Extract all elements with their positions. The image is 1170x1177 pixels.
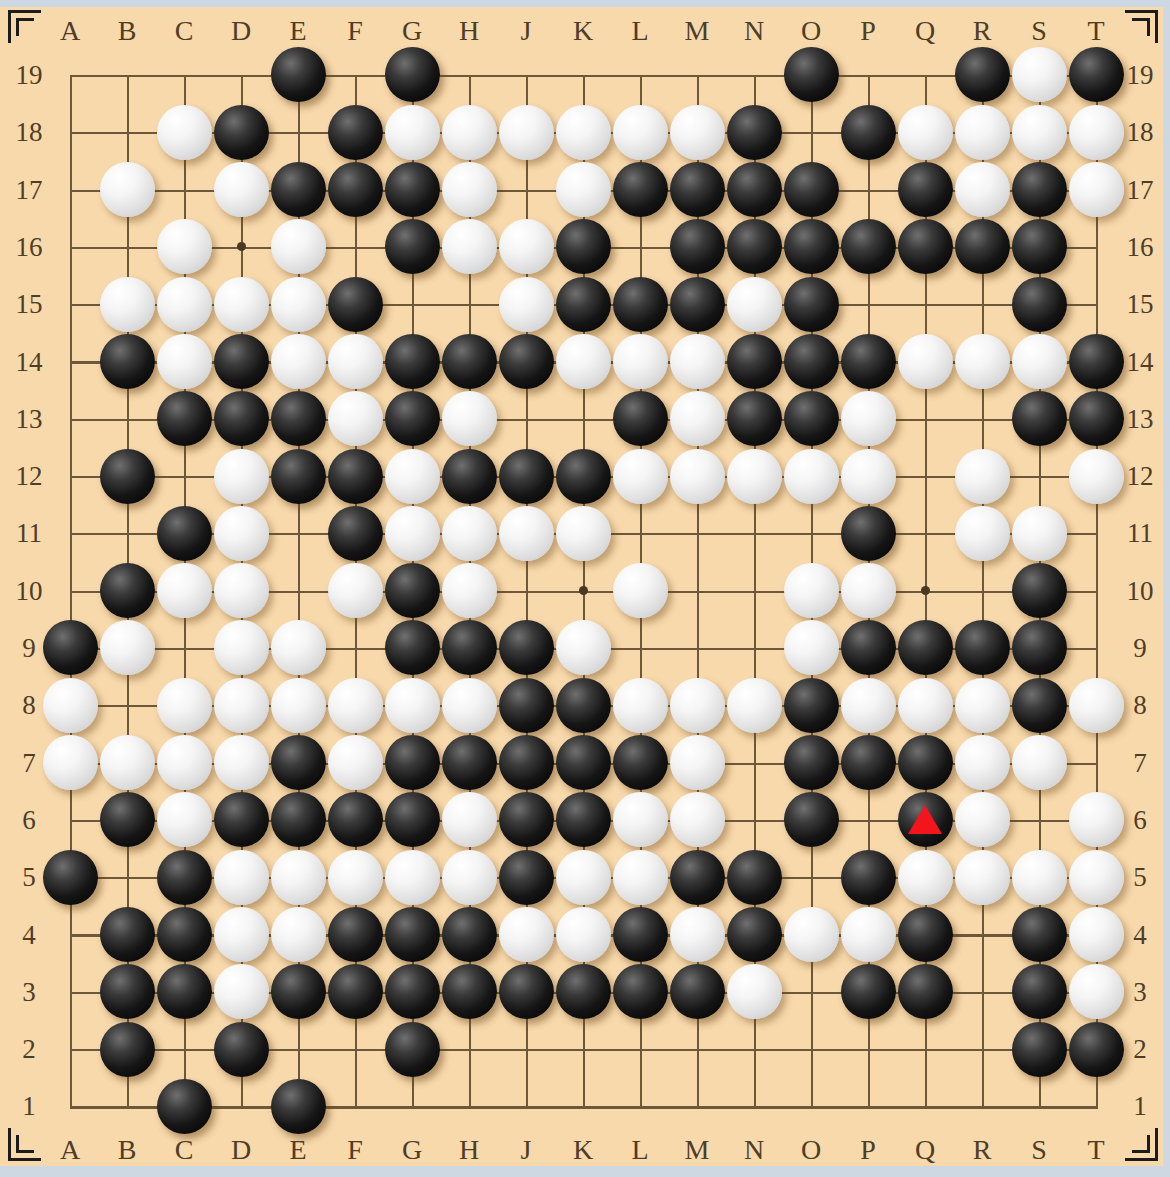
intersection-R5[interactable]: [954, 849, 1011, 906]
intersection-C19[interactable]: [156, 46, 213, 103]
intersection-O12[interactable]: [783, 447, 840, 504]
intersection-K11[interactable]: [555, 505, 612, 562]
intersection-R10[interactable]: [954, 562, 1011, 619]
intersection-Q1[interactable]: [897, 1078, 954, 1135]
intersection-K3[interactable]: [555, 963, 612, 1020]
intersection-J11[interactable]: [498, 505, 555, 562]
intersection-S3[interactable]: [1011, 963, 1068, 1020]
intersection-T3[interactable]: [1068, 963, 1125, 1020]
intersection-O17[interactable]: [783, 161, 840, 218]
intersection-K7[interactable]: [555, 734, 612, 791]
intersection-H12[interactable]: [441, 447, 498, 504]
intersection-E15[interactable]: [270, 276, 327, 333]
intersection-H1[interactable]: [441, 1078, 498, 1135]
intersection-H2[interactable]: [441, 1020, 498, 1077]
intersection-B3[interactable]: [99, 963, 156, 1020]
intersection-J15[interactable]: [498, 276, 555, 333]
intersection-J5[interactable]: [498, 849, 555, 906]
intersection-B16[interactable]: [99, 218, 156, 275]
intersection-G9[interactable]: [384, 619, 441, 676]
intersection-G13[interactable]: [384, 390, 441, 447]
intersection-J18[interactable]: [498, 104, 555, 161]
intersection-S15[interactable]: [1011, 276, 1068, 333]
intersection-C7[interactable]: [156, 734, 213, 791]
intersection-L6[interactable]: [612, 791, 669, 848]
intersection-E16[interactable]: [270, 218, 327, 275]
intersection-O2[interactable]: [783, 1020, 840, 1077]
intersection-J1[interactable]: [498, 1078, 555, 1135]
intersection-R8[interactable]: [954, 677, 1011, 734]
intersection-R3[interactable]: [954, 963, 1011, 1020]
intersection-O18[interactable]: [783, 104, 840, 161]
intersection-S7[interactable]: [1011, 734, 1068, 791]
intersection-M10[interactable]: [669, 562, 726, 619]
intersection-D3[interactable]: [213, 963, 270, 1020]
intersection-A11[interactable]: [42, 505, 99, 562]
intersection-L3[interactable]: [612, 963, 669, 1020]
intersection-L4[interactable]: [612, 906, 669, 963]
intersection-G10[interactable]: [384, 562, 441, 619]
intersection-E14[interactable]: [270, 333, 327, 390]
intersection-B18[interactable]: [99, 104, 156, 161]
intersection-S12[interactable]: [1011, 447, 1068, 504]
intersection-H5[interactable]: [441, 849, 498, 906]
intersection-D10[interactable]: [213, 562, 270, 619]
intersection-C2[interactable]: [156, 1020, 213, 1077]
intersection-N3[interactable]: [726, 963, 783, 1020]
intersection-A19[interactable]: [42, 46, 99, 103]
intersection-A5[interactable]: [42, 849, 99, 906]
intersection-J16[interactable]: [498, 218, 555, 275]
intersection-C14[interactable]: [156, 333, 213, 390]
intersection-E17[interactable]: [270, 161, 327, 218]
intersection-F1[interactable]: [327, 1078, 384, 1135]
intersection-K16[interactable]: [555, 218, 612, 275]
intersection-E2[interactable]: [270, 1020, 327, 1077]
intersection-P9[interactable]: [840, 619, 897, 676]
intersection-S10[interactable]: [1011, 562, 1068, 619]
intersection-K12[interactable]: [555, 447, 612, 504]
intersection-R1[interactable]: [954, 1078, 1011, 1135]
intersection-P15[interactable]: [840, 276, 897, 333]
intersection-P10[interactable]: [840, 562, 897, 619]
intersection-P13[interactable]: [840, 390, 897, 447]
intersection-O11[interactable]: [783, 505, 840, 562]
intersection-P8[interactable]: [840, 677, 897, 734]
intersection-B11[interactable]: [99, 505, 156, 562]
intersection-H11[interactable]: [441, 505, 498, 562]
intersection-P12[interactable]: [840, 447, 897, 504]
intersection-D16[interactable]: [213, 218, 270, 275]
intersection-E8[interactable]: [270, 677, 327, 734]
intersection-Q8[interactable]: [897, 677, 954, 734]
intersection-H3[interactable]: [441, 963, 498, 1020]
intersection-T9[interactable]: [1068, 619, 1125, 676]
intersection-J6[interactable]: [498, 791, 555, 848]
intersection-K1[interactable]: [555, 1078, 612, 1135]
intersection-E18[interactable]: [270, 104, 327, 161]
intersection-P19[interactable]: [840, 46, 897, 103]
intersection-Q16[interactable]: [897, 218, 954, 275]
intersection-O10[interactable]: [783, 562, 840, 619]
intersection-C8[interactable]: [156, 677, 213, 734]
intersection-E4[interactable]: [270, 906, 327, 963]
intersection-E11[interactable]: [270, 505, 327, 562]
intersection-Q2[interactable]: [897, 1020, 954, 1077]
intersection-H16[interactable]: [441, 218, 498, 275]
intersection-G18[interactable]: [384, 104, 441, 161]
intersection-J2[interactable]: [498, 1020, 555, 1077]
intersection-T14[interactable]: [1068, 333, 1125, 390]
intersection-T6[interactable]: [1068, 791, 1125, 848]
intersection-E13[interactable]: [270, 390, 327, 447]
intersection-D14[interactable]: [213, 333, 270, 390]
intersection-N17[interactable]: [726, 161, 783, 218]
intersection-G12[interactable]: [384, 447, 441, 504]
intersection-H8[interactable]: [441, 677, 498, 734]
intersection-F19[interactable]: [327, 46, 384, 103]
intersection-N8[interactable]: [726, 677, 783, 734]
intersection-N6[interactable]: [726, 791, 783, 848]
intersection-Q13[interactable]: [897, 390, 954, 447]
intersection-Q4[interactable]: [897, 906, 954, 963]
intersection-F2[interactable]: [327, 1020, 384, 1077]
intersection-T7[interactable]: [1068, 734, 1125, 791]
intersection-T13[interactable]: [1068, 390, 1125, 447]
intersection-B17[interactable]: [99, 161, 156, 218]
intersection-G7[interactable]: [384, 734, 441, 791]
intersection-D8[interactable]: [213, 677, 270, 734]
intersection-S18[interactable]: [1011, 104, 1068, 161]
intersection-D6[interactable]: [213, 791, 270, 848]
intersection-O13[interactable]: [783, 390, 840, 447]
intersection-N13[interactable]: [726, 390, 783, 447]
intersection-F17[interactable]: [327, 161, 384, 218]
intersection-D19[interactable]: [213, 46, 270, 103]
intersection-G17[interactable]: [384, 161, 441, 218]
intersection-L12[interactable]: [612, 447, 669, 504]
intersection-M16[interactable]: [669, 218, 726, 275]
intersection-B4[interactable]: [99, 906, 156, 963]
intersection-Q19[interactable]: [897, 46, 954, 103]
intersection-R18[interactable]: [954, 104, 1011, 161]
intersection-K6[interactable]: [555, 791, 612, 848]
intersection-F16[interactable]: [327, 218, 384, 275]
intersection-B14[interactable]: [99, 333, 156, 390]
intersection-M17[interactable]: [669, 161, 726, 218]
intersection-C13[interactable]: [156, 390, 213, 447]
intersection-O14[interactable]: [783, 333, 840, 390]
intersection-O6[interactable]: [783, 791, 840, 848]
intersection-M4[interactable]: [669, 906, 726, 963]
intersection-J19[interactable]: [498, 46, 555, 103]
intersection-R2[interactable]: [954, 1020, 1011, 1077]
intersection-A9[interactable]: [42, 619, 99, 676]
intersection-A8[interactable]: [42, 677, 99, 734]
intersection-T10[interactable]: [1068, 562, 1125, 619]
intersection-P6[interactable]: [840, 791, 897, 848]
intersection-T12[interactable]: [1068, 447, 1125, 504]
intersection-E1[interactable]: [270, 1078, 327, 1135]
intersection-Q9[interactable]: [897, 619, 954, 676]
intersection-G19[interactable]: [384, 46, 441, 103]
intersection-A4[interactable]: [42, 906, 99, 963]
intersection-L5[interactable]: [612, 849, 669, 906]
intersection-J4[interactable]: [498, 906, 555, 963]
intersection-M9[interactable]: [669, 619, 726, 676]
intersection-P16[interactable]: [840, 218, 897, 275]
intersection-S8[interactable]: [1011, 677, 1068, 734]
intersection-E5[interactable]: [270, 849, 327, 906]
intersection-J3[interactable]: [498, 963, 555, 1020]
intersection-Q14[interactable]: [897, 333, 954, 390]
intersection-L14[interactable]: [612, 333, 669, 390]
intersection-S14[interactable]: [1011, 333, 1068, 390]
intersection-P17[interactable]: [840, 161, 897, 218]
intersection-E7[interactable]: [270, 734, 327, 791]
intersection-K8[interactable]: [555, 677, 612, 734]
intersection-F13[interactable]: [327, 390, 384, 447]
intersection-L11[interactable]: [612, 505, 669, 562]
intersection-P1[interactable]: [840, 1078, 897, 1135]
intersection-S5[interactable]: [1011, 849, 1068, 906]
intersection-O5[interactable]: [783, 849, 840, 906]
intersection-S6[interactable]: [1011, 791, 1068, 848]
intersection-G8[interactable]: [384, 677, 441, 734]
intersection-F15[interactable]: [327, 276, 384, 333]
intersection-J13[interactable]: [498, 390, 555, 447]
intersection-T17[interactable]: [1068, 161, 1125, 218]
intersection-D11[interactable]: [213, 505, 270, 562]
intersection-G5[interactable]: [384, 849, 441, 906]
intersection-O8[interactable]: [783, 677, 840, 734]
intersection-K14[interactable]: [555, 333, 612, 390]
intersection-F5[interactable]: [327, 849, 384, 906]
intersection-T19[interactable]: [1068, 46, 1125, 103]
intersection-C10[interactable]: [156, 562, 213, 619]
intersection-O7[interactable]: [783, 734, 840, 791]
intersection-S9[interactable]: [1011, 619, 1068, 676]
intersection-M2[interactable]: [669, 1020, 726, 1077]
intersection-L2[interactable]: [612, 1020, 669, 1077]
intersection-K2[interactable]: [555, 1020, 612, 1077]
intersection-Q15[interactable]: [897, 276, 954, 333]
intersection-J17[interactable]: [498, 161, 555, 218]
intersection-C12[interactable]: [156, 447, 213, 504]
intersection-B1[interactable]: [99, 1078, 156, 1135]
intersection-J14[interactable]: [498, 333, 555, 390]
intersection-Q3[interactable]: [897, 963, 954, 1020]
intersection-E10[interactable]: [270, 562, 327, 619]
intersection-K9[interactable]: [555, 619, 612, 676]
intersection-J9[interactable]: [498, 619, 555, 676]
intersection-L17[interactable]: [612, 161, 669, 218]
intersection-P14[interactable]: [840, 333, 897, 390]
intersection-P11[interactable]: [840, 505, 897, 562]
intersection-A15[interactable]: [42, 276, 99, 333]
intersection-G6[interactable]: [384, 791, 441, 848]
intersection-T4[interactable]: [1068, 906, 1125, 963]
intersection-L10[interactable]: [612, 562, 669, 619]
intersection-N4[interactable]: [726, 906, 783, 963]
intersection-O4[interactable]: [783, 906, 840, 963]
intersection-B15[interactable]: [99, 276, 156, 333]
intersection-L7[interactable]: [612, 734, 669, 791]
intersection-N19[interactable]: [726, 46, 783, 103]
intersection-S4[interactable]: [1011, 906, 1068, 963]
intersection-A3[interactable]: [42, 963, 99, 1020]
intersection-H14[interactable]: [441, 333, 498, 390]
intersection-A10[interactable]: [42, 562, 99, 619]
intersection-D9[interactable]: [213, 619, 270, 676]
intersection-M8[interactable]: [669, 677, 726, 734]
intersection-R4[interactable]: [954, 906, 1011, 963]
intersection-R16[interactable]: [954, 218, 1011, 275]
intersection-F18[interactable]: [327, 104, 384, 161]
intersection-N9[interactable]: [726, 619, 783, 676]
intersection-F3[interactable]: [327, 963, 384, 1020]
intersection-B2[interactable]: [99, 1020, 156, 1077]
intersection-N1[interactable]: [726, 1078, 783, 1135]
intersection-R14[interactable]: [954, 333, 1011, 390]
intersection-A17[interactable]: [42, 161, 99, 218]
intersection-N14[interactable]: [726, 333, 783, 390]
intersection-D2[interactable]: [213, 1020, 270, 1077]
intersection-K10[interactable]: [555, 562, 612, 619]
intersection-G11[interactable]: [384, 505, 441, 562]
intersection-M5[interactable]: [669, 849, 726, 906]
intersection-M13[interactable]: [669, 390, 726, 447]
intersection-L18[interactable]: [612, 104, 669, 161]
intersection-F14[interactable]: [327, 333, 384, 390]
intersection-A1[interactable]: [42, 1078, 99, 1135]
intersection-B10[interactable]: [99, 562, 156, 619]
intersection-E6[interactable]: [270, 791, 327, 848]
intersection-N15[interactable]: [726, 276, 783, 333]
intersection-C16[interactable]: [156, 218, 213, 275]
intersection-D7[interactable]: [213, 734, 270, 791]
intersection-Q7[interactable]: [897, 734, 954, 791]
intersection-R9[interactable]: [954, 619, 1011, 676]
intersection-B6[interactable]: [99, 791, 156, 848]
intersection-N7[interactable]: [726, 734, 783, 791]
intersection-B8[interactable]: [99, 677, 156, 734]
intersection-M1[interactable]: [669, 1078, 726, 1135]
intersection-G3[interactable]: [384, 963, 441, 1020]
intersection-Q18[interactable]: [897, 104, 954, 161]
intersection-L8[interactable]: [612, 677, 669, 734]
intersection-R13[interactable]: [954, 390, 1011, 447]
intersection-D17[interactable]: [213, 161, 270, 218]
intersection-D15[interactable]: [213, 276, 270, 333]
intersection-A6[interactable]: [42, 791, 99, 848]
intersection-L15[interactable]: [612, 276, 669, 333]
intersection-H18[interactable]: [441, 104, 498, 161]
intersection-B7[interactable]: [99, 734, 156, 791]
intersection-R12[interactable]: [954, 447, 1011, 504]
intersection-N11[interactable]: [726, 505, 783, 562]
intersection-F10[interactable]: [327, 562, 384, 619]
intersection-S13[interactable]: [1011, 390, 1068, 447]
intersection-C9[interactable]: [156, 619, 213, 676]
intersection-P5[interactable]: [840, 849, 897, 906]
intersection-M11[interactable]: [669, 505, 726, 562]
intersection-N12[interactable]: [726, 447, 783, 504]
intersection-E9[interactable]: [270, 619, 327, 676]
intersection-B5[interactable]: [99, 849, 156, 906]
intersection-H17[interactable]: [441, 161, 498, 218]
intersection-D13[interactable]: [213, 390, 270, 447]
intersection-O9[interactable]: [783, 619, 840, 676]
intersection-A7[interactable]: [42, 734, 99, 791]
intersection-L19[interactable]: [612, 46, 669, 103]
intersection-G15[interactable]: [384, 276, 441, 333]
intersection-A14[interactable]: [42, 333, 99, 390]
intersection-Q12[interactable]: [897, 447, 954, 504]
intersection-G4[interactable]: [384, 906, 441, 963]
intersection-H13[interactable]: [441, 390, 498, 447]
intersection-G16[interactable]: [384, 218, 441, 275]
intersection-K17[interactable]: [555, 161, 612, 218]
intersection-B9[interactable]: [99, 619, 156, 676]
intersection-F9[interactable]: [327, 619, 384, 676]
intersection-E3[interactable]: [270, 963, 327, 1020]
intersection-C5[interactable]: [156, 849, 213, 906]
intersection-R17[interactable]: [954, 161, 1011, 218]
intersection-L13[interactable]: [612, 390, 669, 447]
intersection-M15[interactable]: [669, 276, 726, 333]
intersection-F11[interactable]: [327, 505, 384, 562]
intersection-K19[interactable]: [555, 46, 612, 103]
intersection-L9[interactable]: [612, 619, 669, 676]
intersection-M19[interactable]: [669, 46, 726, 103]
intersection-J12[interactable]: [498, 447, 555, 504]
intersection-H7[interactable]: [441, 734, 498, 791]
intersection-C4[interactable]: [156, 906, 213, 963]
intersection-P18[interactable]: [840, 104, 897, 161]
intersection-T2[interactable]: [1068, 1020, 1125, 1077]
intersection-S11[interactable]: [1011, 505, 1068, 562]
intersection-F6[interactable]: [327, 791, 384, 848]
intersection-K18[interactable]: [555, 104, 612, 161]
intersection-C18[interactable]: [156, 104, 213, 161]
intersection-G1[interactable]: [384, 1078, 441, 1135]
intersection-K15[interactable]: [555, 276, 612, 333]
intersection-E19[interactable]: [270, 46, 327, 103]
intersection-H19[interactable]: [441, 46, 498, 103]
intersection-T5[interactable]: [1068, 849, 1125, 906]
intersection-M7[interactable]: [669, 734, 726, 791]
intersection-M6[interactable]: [669, 791, 726, 848]
intersection-J7[interactable]: [498, 734, 555, 791]
intersection-M18[interactable]: [669, 104, 726, 161]
intersection-T15[interactable]: [1068, 276, 1125, 333]
intersection-C3[interactable]: [156, 963, 213, 1020]
intersection-M3[interactable]: [669, 963, 726, 1020]
intersection-D18[interactable]: [213, 104, 270, 161]
intersection-K13[interactable]: [555, 390, 612, 447]
intersection-C15[interactable]: [156, 276, 213, 333]
intersection-Q11[interactable]: [897, 505, 954, 562]
intersection-T1[interactable]: [1068, 1078, 1125, 1135]
intersection-P3[interactable]: [840, 963, 897, 1020]
intersection-R11[interactable]: [954, 505, 1011, 562]
intersection-Q6[interactable]: [897, 791, 954, 848]
intersection-M14[interactable]: [669, 333, 726, 390]
intersection-P4[interactable]: [840, 906, 897, 963]
intersection-H9[interactable]: [441, 619, 498, 676]
intersection-A13[interactable]: [42, 390, 99, 447]
